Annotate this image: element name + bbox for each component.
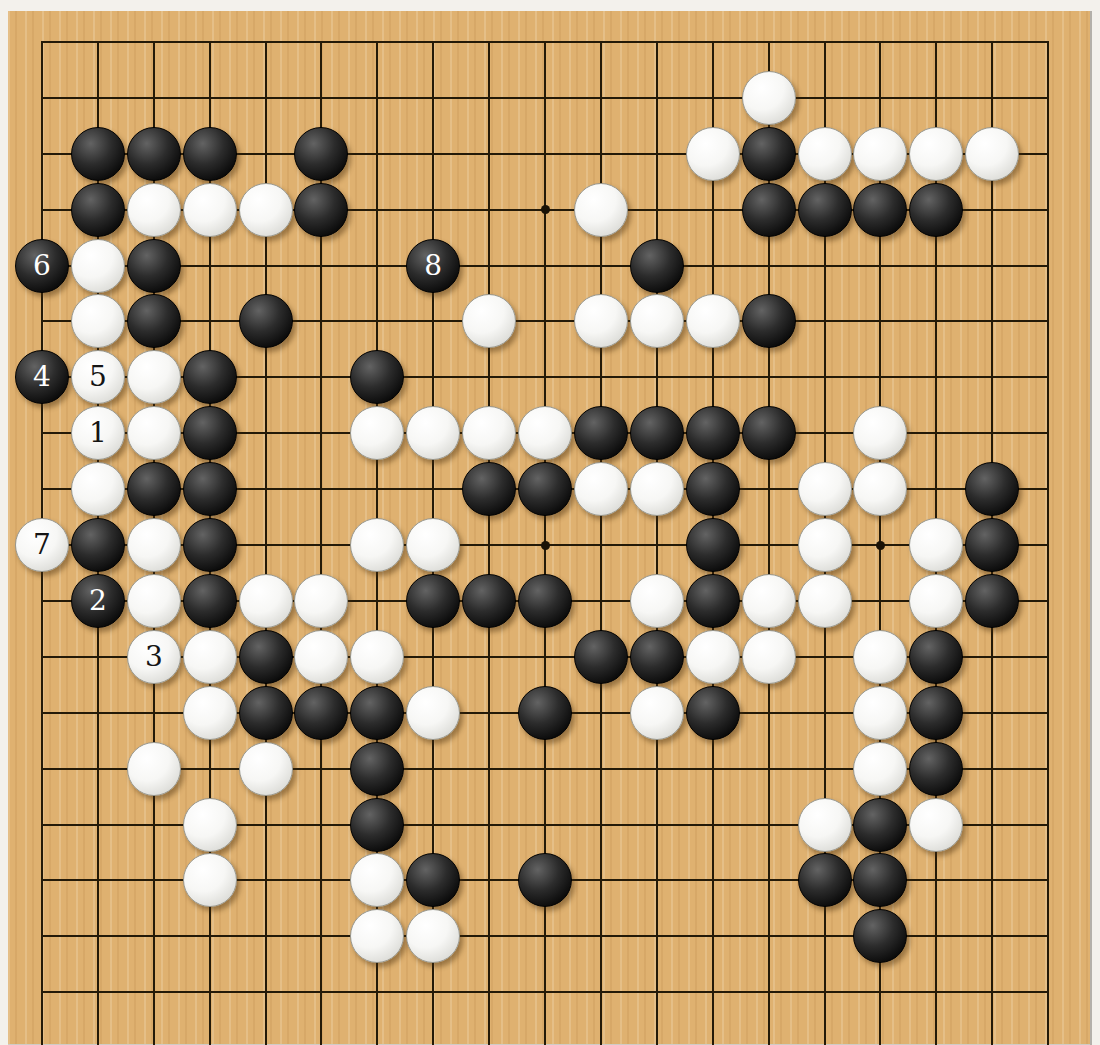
stone-white [853,630,907,684]
go-board-screenshot: 68451723 [0,0,1100,1045]
stone-white-move-3: 3 [127,630,181,684]
move-number-label: 3 [145,643,163,671]
stone-white [909,127,963,181]
stone-white [462,406,516,460]
stone-black [853,853,907,907]
stone-white [630,462,684,516]
stone-white-move-1: 1 [71,406,125,460]
stone-white [127,518,181,572]
stone-white [686,294,740,348]
stone-black [294,686,348,740]
stone-white [127,406,181,460]
stone-black [239,686,293,740]
stone-black [909,686,963,740]
stone-black [686,462,740,516]
stone-black [71,183,125,237]
stone-white [127,742,181,796]
move-number-label: 7 [33,531,51,559]
stone-white [742,630,796,684]
stone-black-move-8: 8 [406,239,460,293]
grid-vertical-line [1047,41,1049,1045]
stone-white [574,294,628,348]
stone-black [909,183,963,237]
grid-vertical-line [488,41,490,1045]
stone-white [909,518,963,572]
stone-white [798,462,852,516]
star-point [541,541,550,550]
stone-black [183,406,237,460]
stone-white [406,406,460,460]
stone-white [183,686,237,740]
stone-white [630,294,684,348]
stone-black [350,350,404,404]
stone-white [630,686,684,740]
stone-white [742,574,796,628]
stone-black [742,406,796,460]
stone-black [853,909,907,963]
stone-black [630,630,684,684]
stone-black [518,853,572,907]
stone-black [127,462,181,516]
stone-white [350,909,404,963]
stone-white [127,183,181,237]
stone-black [686,518,740,572]
stone-black [239,630,293,684]
stone-black [127,239,181,293]
stone-white [574,183,628,237]
stone-white [686,630,740,684]
stone-white [71,294,125,348]
stone-white [183,798,237,852]
stone-black [239,294,293,348]
stone-black [406,574,460,628]
stone-black [798,183,852,237]
stone-white-move-5: 5 [71,350,125,404]
move-number-label: 8 [424,252,442,280]
stone-white [71,462,125,516]
stone-white [574,462,628,516]
stone-black [853,798,907,852]
stone-white [406,909,460,963]
stone-black [630,239,684,293]
stone-black [574,406,628,460]
move-number-label: 6 [33,252,51,280]
stone-black [183,462,237,516]
stone-white [183,853,237,907]
move-number-label: 4 [33,363,51,391]
stone-black [574,630,628,684]
stone-white [183,630,237,684]
stone-white [406,518,460,572]
stone-black [71,518,125,572]
stone-white [350,853,404,907]
stone-black [71,127,125,181]
grid-horizontal-line [41,991,1049,993]
stone-black [518,462,572,516]
stone-black [350,798,404,852]
stone-white [239,574,293,628]
stone-white [518,406,572,460]
stone-white [853,406,907,460]
stone-black [183,518,237,572]
stone-black [686,406,740,460]
stone-black [406,853,460,907]
stone-white [742,71,796,125]
stone-black [965,518,1019,572]
stone-black [853,183,907,237]
stone-black [127,127,181,181]
stone-black [909,630,963,684]
stone-white [965,127,1019,181]
go-board[interactable]: 68451723 [8,11,1090,1045]
stone-white [350,406,404,460]
stone-black [462,462,516,516]
stone-black [630,406,684,460]
stone-white [630,574,684,628]
stone-black [742,294,796,348]
stone-black [350,742,404,796]
stone-black-move-6: 6 [15,239,69,293]
stone-black-move-2: 2 [71,574,125,628]
stone-white [462,294,516,348]
grid-vertical-line [656,41,658,1045]
stone-black [742,183,796,237]
stone-black [350,686,404,740]
stone-white [294,574,348,628]
stone-white [71,239,125,293]
stone-white [909,798,963,852]
stone-white [798,574,852,628]
stone-white [350,518,404,572]
stone-white [686,127,740,181]
stone-white [127,574,181,628]
stone-white [127,350,181,404]
stone-white [798,127,852,181]
stone-black [518,686,572,740]
stone-black [294,127,348,181]
stone-white [183,183,237,237]
stone-black [686,686,740,740]
stone-black [183,127,237,181]
stone-black [294,183,348,237]
star-point [876,541,885,550]
stone-black [518,574,572,628]
stone-white [853,742,907,796]
move-number-label: 1 [89,419,107,447]
stone-white [853,686,907,740]
stone-black [965,574,1019,628]
stone-black-move-4: 4 [15,350,69,404]
star-point [541,205,550,214]
stone-white [294,630,348,684]
stone-black [183,574,237,628]
stone-white [853,462,907,516]
stone-white [798,798,852,852]
move-number-label: 5 [89,363,107,391]
stone-white [239,742,293,796]
stone-black [742,127,796,181]
stone-black [686,574,740,628]
stone-white [798,518,852,572]
stone-white [406,686,460,740]
stone-white [350,630,404,684]
stone-black [965,462,1019,516]
stone-black [127,294,181,348]
stone-black [183,350,237,404]
stone-black [462,574,516,628]
move-number-label: 2 [89,587,107,615]
stone-white [853,127,907,181]
stone-white [239,183,293,237]
stone-black [909,742,963,796]
stone-black [798,853,852,907]
stone-white-move-7: 7 [15,518,69,572]
stone-white [909,574,963,628]
